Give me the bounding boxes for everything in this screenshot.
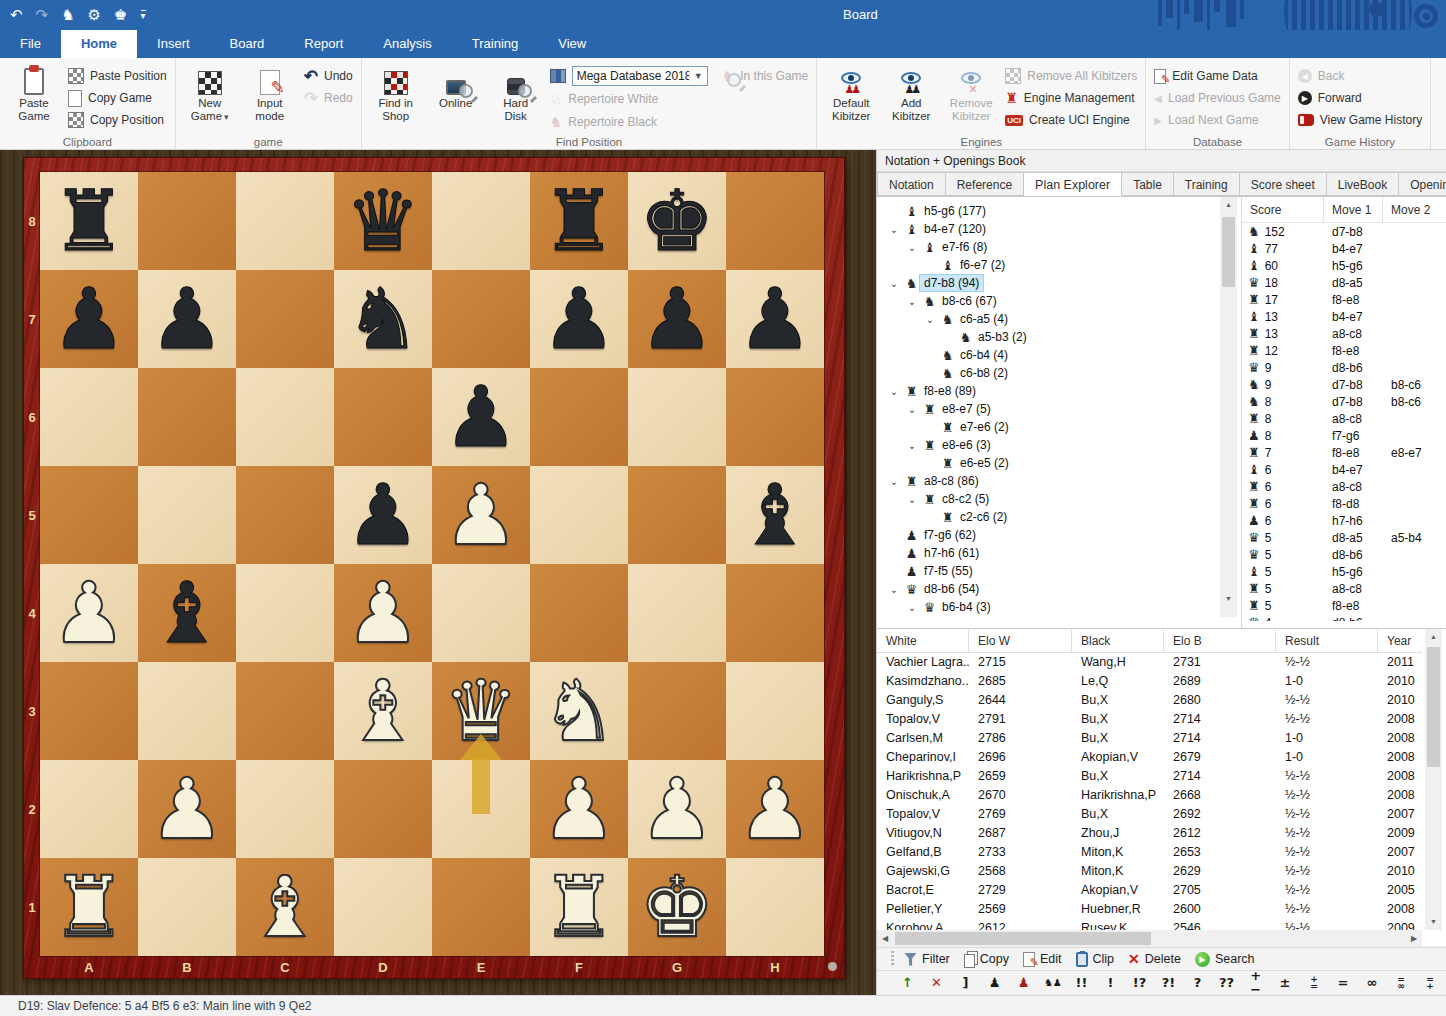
edit-icon [1023, 952, 1035, 967]
white-king[interactable]: ♚ [639, 859, 714, 955]
chevron-down-icon[interactable]: ⌄ [885, 278, 903, 289]
scrollbar-thumb[interactable] [895, 932, 1151, 945]
piece-icon[interactable]: ♚ [114, 0, 127, 30]
white-pawn[interactable]: ♟ [541, 761, 616, 857]
score-row[interactable]: ♟6h7-h6 [1242, 512, 1446, 529]
square-a6[interactable] [40, 368, 138, 466]
annotation-symbol-button[interactable]: ↑ [899, 976, 916, 990]
redo-icon[interactable]: ↷ [36, 0, 49, 30]
game-row[interactable]: Topalov,V2791Bu,X2714½-½2008 [877, 710, 1422, 729]
square-d7[interactable]: ♞ [334, 270, 432, 368]
redo-button[interactable]: ↷ Redo [304, 87, 353, 109]
panel-tab-openings-book[interactable]: Openings Book [1399, 172, 1446, 196]
chevron-down-icon[interactable]: ⌄ [885, 584, 903, 595]
eco-opening-text: D19: Slav Defence: 5 a4 Bf5 6 e3: Main l… [18, 999, 312, 1013]
score-row[interactable]: ♜7f8-e8e8-e7 [1242, 444, 1446, 461]
plan-tree-item[interactable]: ♝f6-e7 (2) [877, 256, 1220, 274]
score-row[interactable]: ♛5d8-a5a5-b4 [1242, 529, 1446, 546]
bishop-icon: ♝ [903, 222, 920, 237]
toolbar-grip[interactable] [891, 951, 894, 967]
square-h4[interactable] [726, 564, 824, 662]
square-c1[interactable]: ♝ [236, 858, 334, 956]
input-mode-button[interactable]: Input mode [244, 61, 296, 133]
tab-home[interactable]: Home [61, 30, 137, 58]
plan-tree-item[interactable]: ♜c2-c6 (2) [877, 508, 1220, 526]
score-row[interactable]: ♝5h5-g6 [1242, 563, 1446, 580]
panel-tab-training[interactable]: Training [1174, 172, 1240, 196]
square-a2[interactable] [40, 760, 138, 858]
group-engines: ♟♟ Default Kibitzer ♟♟ Add Kibitzer ✕ Re… [817, 58, 1146, 149]
annotation-symbol-button[interactable]: ∞ [1363, 976, 1380, 990]
square-c3[interactable] [236, 662, 334, 760]
games-horizontal-scrollbar[interactable]: ◀ ▶ [877, 930, 1422, 947]
undo-button[interactable]: ↶ Undo [304, 65, 353, 87]
panel-tab-table[interactable]: Table [1122, 172, 1174, 196]
create-uci-engine-button[interactable]: UCI Create UCI Engine [1005, 109, 1137, 131]
score-row[interactable]: ♝6b4-e7 [1242, 461, 1446, 478]
file-label-C: C [236, 960, 334, 975]
copy-button[interactable]: Copy [964, 951, 1009, 968]
plan-tree-item[interactable]: ♞c6-b4 (4) [877, 346, 1220, 364]
score-row[interactable]: ♜13a8-c8 [1242, 325, 1446, 342]
default-kibitzer-button[interactable]: ♟♟ Default Kibitzer [825, 61, 877, 133]
game-row[interactable]: Cheparinov,I2696Akopian,V26791-02008 [877, 748, 1422, 767]
tools-wrench-icon[interactable]: ⚙ [88, 0, 101, 30]
plan-tree-item[interactable]: ⌄♞d7-b8 (94) [877, 274, 1220, 292]
copy-position-icon [68, 112, 84, 128]
rook-icon: ♜ [921, 438, 938, 453]
paste-game-button[interactable]: Paste Game [8, 61, 60, 133]
score-row[interactable]: ♛9d8-b6 [1242, 359, 1446, 376]
pawn-icon: ♟ [903, 564, 920, 579]
annotation-symbol-button[interactable]: ± [1276, 976, 1293, 990]
square-g6[interactable] [628, 368, 726, 466]
square-e6[interactable]: ♟ [432, 368, 530, 466]
white-knight[interactable]: ♞ [541, 663, 616, 759]
black-pawn[interactable]: ♟ [443, 369, 518, 465]
score-col-header[interactable]: Score [1242, 197, 1324, 223]
square-g3[interactable] [628, 662, 726, 760]
chevron-down-icon[interactable]: ⌄ [921, 314, 939, 325]
chevron-down-icon[interactable]: ⌄ [903, 494, 921, 505]
square-h6[interactable] [726, 368, 824, 466]
decor-dot [1369, 2, 1384, 17]
games-col-header-year[interactable]: Year [1378, 629, 1422, 653]
black-knight[interactable]: ♞ [345, 271, 420, 367]
score-row[interactable]: ♛4d8-b6 [1242, 614, 1446, 621]
square-f7[interactable]: ♟ [530, 270, 628, 368]
scroll-up-icon[interactable]: ▲ [1425, 629, 1442, 645]
square-h1[interactable] [726, 858, 824, 956]
square-b4[interactable]: ♝ [138, 564, 236, 662]
score-row[interactable]: ♝60h5-g6 [1242, 257, 1446, 274]
edit-game-data-button[interactable]: Edit Game Data [1154, 65, 1280, 87]
square-b3[interactable] [138, 662, 236, 760]
plan-tree-item[interactable]: ♜e7-e6 (2) [877, 418, 1220, 436]
rank-label-1: 1 [24, 900, 40, 915]
load-next-game-button[interactable]: ▶ Load Next Game [1154, 109, 1280, 131]
score-row[interactable]: ♛5d8-b6 [1242, 546, 1446, 563]
chevron-down-icon[interactable]: ⌄ [903, 296, 921, 307]
square-a5[interactable] [40, 466, 138, 564]
hard-disk-search-button[interactable]: Hard Disk [490, 61, 542, 133]
load-previous-game-button[interactable]: ◀ Load Previous Game [1154, 87, 1280, 109]
delete-button[interactable]: ✕ Delete [1128, 951, 1181, 967]
black-pawn[interactable]: ♟ [639, 271, 714, 367]
black-rook[interactable]: ♜ [541, 173, 616, 269]
square-f5[interactable] [530, 466, 628, 564]
square-e8[interactable] [432, 172, 530, 270]
panel-title: Notation + Openings Book [877, 150, 1446, 172]
annotation-symbol-button[interactable]: =+ [1421, 976, 1438, 990]
customize-toolbar-caret-icon[interactable]: ▾ [141, 10, 146, 20]
in-this-game-icon: ♞ [722, 68, 735, 84]
annotation-symbol-button[interactable]: ♞♟ [1044, 976, 1061, 990]
knight-icon: ♞ [921, 294, 938, 309]
games-col-header-elo-w[interactable]: Elo W [969, 629, 1072, 653]
repertoire-white-button[interactable]: ♘ Repertoire White [550, 88, 809, 110]
square-a1[interactable]: ♜ [40, 858, 138, 956]
square-a3[interactable] [40, 662, 138, 760]
square-h7[interactable]: ♟ [726, 270, 824, 368]
game-row[interactable]: Gelfand,B2733Miton,K2653½-½2007 [877, 843, 1422, 862]
chevron-down-icon[interactable]: ⌄ [903, 404, 921, 415]
view-game-history-button[interactable]: View Game History [1298, 109, 1422, 131]
score-row[interactable]: ♜8a8-c8 [1242, 410, 1446, 427]
game-row[interactable]: Pelletier,Y2569Huebner,R2600½-½2008 [877, 900, 1422, 919]
plan-tree-item[interactable]: ♞a5-b3 (2) [877, 328, 1220, 346]
score-row[interactable]: ♜17f8-e8 [1242, 291, 1446, 308]
score-row[interactable]: ♞8d7-b8b8-c6 [1242, 393, 1446, 410]
plan-tree-item[interactable]: ♝h5-g6 (177) [877, 202, 1220, 220]
game-row[interactable]: Carlsen,M2786Bu,X27141-02008 [877, 729, 1422, 748]
square-d8[interactable]: ♛ [334, 172, 432, 270]
square-f2[interactable]: ♟ [530, 760, 628, 858]
square-h3[interactable] [726, 662, 824, 760]
status-bar: D19: Slav Defence: 5 a4 Bf5 6 e3: Main l… [0, 995, 1446, 1016]
score-row[interactable]: ♞152d7-b8 [1242, 223, 1446, 240]
add-kibitzer-button[interactable]: ♟♟ Add Kibitzer [885, 61, 937, 133]
square-b2[interactable]: ♟ [138, 760, 236, 858]
game-row[interactable]: Vitiugov,N2687Zhou,J2612½-½2009 [877, 824, 1422, 843]
titlebar-artwork [1106, 0, 1446, 30]
piece-icon: ♞ [1248, 224, 1260, 239]
plan-tree-item[interactable]: ⌄♜c8-c2 (5) [877, 490, 1220, 508]
square-h8[interactable] [726, 172, 824, 270]
chevron-down-icon[interactable]: ⌄ [903, 440, 921, 451]
annotation-symbol-button[interactable]: = [1334, 976, 1351, 990]
scrollbar-thumb[interactable] [1427, 647, 1440, 767]
square-h5[interactable]: ♝ [726, 466, 824, 564]
back-button[interactable]: ◀ Back [1298, 65, 1422, 87]
plan-tree-item[interactable]: ♟f7-g6 (62) [877, 526, 1220, 544]
black-pawn[interactable]: ♟ [737, 271, 812, 367]
game-row[interactable]: Vachier Lagra..2715Wang,H2731½-½2011 [877, 653, 1422, 672]
square-a4[interactable]: ♟ [40, 564, 138, 662]
game-row[interactable]: Harikrishna,P2659Bu,X2714½-½2008 [877, 767, 1422, 786]
square-f1[interactable]: ♜ [530, 858, 628, 956]
white-pawn[interactable]: ♟ [737, 761, 812, 857]
tree-scrollbar[interactable]: ▲ ▼ [1220, 197, 1237, 617]
eye-icon [841, 72, 861, 84]
white-bishop[interactable]: ♝ [345, 663, 420, 759]
chess-board: ♜♛♜♚♟♟♞♟♟♟♟♟♟♝♟♝♟♝♛♞♟♟♟♟♜♝♜♚ [40, 172, 824, 956]
forward-button[interactable]: ▶ Forward [1298, 87, 1422, 109]
black-bishop[interactable]: ♝ [149, 565, 224, 661]
games-col-header-elo-b[interactable]: Elo B [1164, 629, 1276, 653]
score-row[interactable]: ♞9d7-b8b8-c6 [1242, 376, 1446, 393]
tab-report[interactable]: Report [284, 30, 363, 58]
panel-tab-score-sheet[interactable]: Score sheet [1240, 172, 1327, 196]
queen-icon: ♛ [921, 600, 938, 615]
tab-board[interactable]: Board [210, 30, 285, 58]
annotation-symbol-button[interactable]: ?! [1160, 976, 1177, 990]
square-h2[interactable]: ♟ [726, 760, 824, 858]
score-row[interactable]: ♜5a8-c8 [1242, 580, 1446, 597]
square-e4[interactable] [432, 564, 530, 662]
plan-tree-item[interactable]: ⌄♛d8-b6 (54) [877, 580, 1220, 598]
game-row[interactable]: Korobov,A2612Rusev,K2546½-½2009 [877, 919, 1422, 930]
tab-training[interactable]: Training [452, 30, 538, 58]
panel-tab-livebook[interactable]: LiveBook [1327, 172, 1399, 196]
plan-tree-item[interactable]: ⌄♞b8-c6 (67) [877, 292, 1220, 310]
game-row[interactable]: Gajewski,G2568Miton,K2629½-½2010 [877, 862, 1422, 881]
square-d3[interactable]: ♝ [334, 662, 432, 760]
square-d6[interactable] [334, 368, 432, 466]
piece-icon: ♜ [1248, 326, 1260, 341]
tab-file[interactable]: File [0, 30, 61, 58]
square-f4[interactable] [530, 564, 628, 662]
square-g2[interactable]: ♟ [628, 760, 726, 858]
square-a8[interactable]: ♜ [40, 172, 138, 270]
games-col-header-result[interactable]: Result [1276, 629, 1378, 653]
tab-insert[interactable]: Insert [137, 30, 210, 58]
rank-label-4: 4 [24, 606, 40, 621]
square-d5[interactable]: ♟ [334, 466, 432, 564]
square-f3[interactable]: ♞ [530, 662, 628, 760]
scroll-up-icon[interactable]: ▲ [1220, 197, 1237, 213]
black-queen[interactable]: ♛ [345, 173, 420, 269]
chevron-down-icon[interactable]: ⌄ [885, 476, 903, 487]
square-b7[interactable]: ♟ [138, 270, 236, 368]
score-row[interactable]: ♛18d8-a5 [1242, 274, 1446, 291]
plan-tree-item[interactable]: ⌄♜e8-e7 (5) [877, 400, 1220, 418]
filter-icon [904, 953, 917, 966]
annotation-symbol-button[interactable]: ♟ [1015, 976, 1032, 990]
scroll-down-icon[interactable]: ▼ [1220, 591, 1237, 607]
game-row[interactable]: Onischuk,A2670Harikrishna,P2668½-½2008 [877, 786, 1422, 805]
black-pawn[interactable]: ♟ [51, 271, 126, 367]
score-row[interactable]: ♝77b4-e7 [1242, 240, 1446, 257]
clip-button[interactable]: Clip [1076, 952, 1115, 967]
score-row[interactable]: ♜5f8-e8 [1242, 597, 1446, 614]
chevron-down-icon[interactable]: ⌄ [903, 242, 921, 253]
annotation-symbol-button[interactable]: !? [1131, 976, 1148, 990]
remove-kibitzer-button[interactable]: ✕ Remove Kibitzer [945, 61, 997, 133]
chevron-down-icon[interactable]: ⌄ [903, 602, 921, 613]
knight-setup-icon[interactable]: ♞ [61, 0, 74, 30]
square-e7[interactable] [432, 270, 530, 368]
annotation-symbol-button[interactable]: ? [1189, 976, 1206, 990]
game-row[interactable]: Ganguly,S2644Bu,X2680½-½2010 [877, 691, 1422, 710]
search-button[interactable]: ▶ Search [1195, 952, 1255, 967]
scroll-left-icon[interactable]: ◀ [877, 930, 893, 947]
square-c4[interactable] [236, 564, 334, 662]
white-bishop[interactable]: ♝ [247, 859, 322, 955]
black-rook[interactable]: ♜ [51, 173, 126, 269]
square-c8[interactable] [236, 172, 334, 270]
piece-icon: ♜ [1248, 292, 1260, 307]
copy-game-button[interactable]: Copy Game [68, 87, 167, 109]
square-e1[interactable] [432, 858, 530, 956]
game-row[interactable]: Topalov,V2769Bu,X2692½-½2007 [877, 805, 1422, 824]
plan-label: f7-g6 (62) [920, 527, 980, 543]
annotation-symbol-button[interactable]: =∞ [1392, 976, 1409, 990]
filter-button[interactable]: Filter [904, 952, 950, 966]
white-pawn[interactable]: ♟ [149, 761, 224, 857]
square-a7[interactable]: ♟ [40, 270, 138, 368]
plan-tree-item[interactable]: ⌄♝b4-e7 (120) [877, 220, 1220, 238]
pawn-icon: ♟ [903, 546, 920, 561]
black-pawn[interactable]: ♟ [541, 271, 616, 367]
games-col-header-black[interactable]: Black [1072, 629, 1164, 653]
plan-label: e7-e6 (2) [956, 419, 1013, 435]
repertoire-black-button[interactable]: ♞ Repertoire Black [550, 111, 809, 133]
score-row[interactable]: ♟8f7-g6 [1242, 427, 1446, 444]
black-bishop[interactable]: ♝ [737, 467, 812, 563]
square-c5[interactable] [236, 466, 334, 564]
square-d2[interactable] [334, 760, 432, 858]
annotation-symbol-button[interactable]: += [1305, 976, 1322, 990]
score-row[interactable]: ♜6a8-c8 [1242, 478, 1446, 495]
score-row[interactable]: ♜6f8-d8 [1242, 495, 1446, 512]
rank-label-5: 5 [24, 508, 40, 523]
square-b8[interactable] [138, 172, 236, 270]
square-b5[interactable] [138, 466, 236, 564]
scroll-right-icon[interactable]: ▶ [1406, 930, 1422, 947]
plan-tree-item[interactable]: ⌄♛b6-b4 (3) [877, 598, 1220, 616]
edit-button[interactable]: Edit [1023, 952, 1062, 967]
game-row[interactable]: Bacrot,E2729Akopian,V2705½-½2005 [877, 881, 1422, 900]
white-pawn[interactable]: ♟ [443, 467, 518, 563]
find-in-shop-button[interactable]: Find in Shop [370, 61, 422, 133]
white-pawn[interactable]: ♟ [51, 565, 126, 661]
square-c6[interactable] [236, 368, 334, 466]
square-b6[interactable] [138, 368, 236, 466]
black-pawn[interactable]: ♟ [149, 271, 224, 367]
score-row[interactable]: ♝13b4-e7 [1242, 308, 1446, 325]
square-g1[interactable]: ♚ [628, 858, 726, 956]
scrollbar-thumb[interactable] [1222, 217, 1235, 287]
square-e5[interactable]: ♟ [432, 466, 530, 564]
games-vertical-scrollbar[interactable]: ▲ ▼ [1425, 629, 1442, 930]
plan-tree-item[interactable]: ⌄♜f8-e8 (89) [877, 382, 1220, 400]
chevron-down-icon[interactable]: ⌄ [885, 224, 903, 235]
new-game-button[interactable]: New Game [184, 61, 236, 133]
game-row[interactable]: Kasimdzhano..2685Le,Q26891-02010 [877, 672, 1422, 691]
panel-tab-plan-explorer[interactable]: Plan Explorer [1024, 172, 1122, 196]
piece-icon: ♝ [1248, 241, 1260, 256]
edit-page-icon [1154, 69, 1166, 84]
chevron-down-icon[interactable]: ⌄ [885, 386, 903, 397]
annotation-symbol-button[interactable]: ! [1102, 976, 1119, 990]
board-resize-dot[interactable] [828, 962, 837, 971]
piece-icon: ♜ [1248, 496, 1260, 511]
black-king[interactable]: ♚ [639, 173, 714, 269]
square-g4[interactable] [628, 564, 726, 662]
panel-tab-reference[interactable]: Reference [946, 172, 1024, 196]
remove-all-kibitzers-button[interactable]: Remove All Kibitzers [1005, 65, 1137, 87]
copy-position-button[interactable]: Copy Position [68, 109, 167, 131]
combobox-caret-icon[interactable]: ▼ [689, 71, 703, 81]
annotation-symbol-button[interactable]: ♟ [986, 976, 1003, 990]
tab-view[interactable]: View [538, 30, 606, 58]
annotation-symbol-button[interactable]: +− [1247, 970, 1264, 994]
plan-tree-item[interactable]: ⌄♜a8-c8 (86) [877, 472, 1220, 490]
engine-management-button[interactable]: ♜ Engine Management [1005, 87, 1137, 109]
in-this-game-button[interactable]: ♞ In this Game [722, 65, 809, 87]
delete-x-icon: ✕ [1128, 951, 1140, 967]
plan-label: c6-b8 (2) [956, 365, 1012, 381]
square-g8[interactable]: ♚ [628, 172, 726, 270]
annotation-symbol-button[interactable]: ✕ [928, 976, 945, 990]
tab-analysis[interactable]: Analysis [363, 30, 451, 58]
annotation-symbols-bar: ↑✕]♟♟♞♟!!!!??!???+−±+==∞=∞=+−+−+ [877, 970, 1446, 994]
plan-tree-item[interactable]: ♟f7-f5 (55) [877, 562, 1220, 580]
white-pawn[interactable]: ♟ [345, 565, 420, 661]
plan-tree-item[interactable]: ♞c6-b8 (2) [877, 364, 1220, 382]
online-search-button[interactable]: Online [430, 61, 482, 133]
group-find-position: Find in Shop Online Hard Disk Mega Datab… [362, 58, 818, 149]
square-g7[interactable]: ♟ [628, 270, 726, 368]
move1-col-header[interactable]: Move 1 [1324, 197, 1383, 223]
plan-tree-item[interactable]: ⌄♝e7-f6 (8) [877, 238, 1220, 256]
square-f8[interactable]: ♜ [530, 172, 628, 270]
black-pawn[interactable]: ♟ [345, 467, 420, 563]
square-c7[interactable] [236, 270, 334, 368]
plan-tree-item[interactable]: ♜e6-e5 (2) [877, 454, 1220, 472]
scroll-down-icon[interactable]: ▼ [1425, 914, 1442, 930]
piece-icon: ♛ [1248, 615, 1260, 621]
annotation-symbol-button[interactable]: !! [1073, 976, 1090, 990]
square-b1[interactable] [138, 858, 236, 956]
annotation-symbol-button[interactable]: ] [957, 976, 974, 990]
paste-position-button[interactable]: Paste Position [68, 65, 167, 87]
plan-tree-item[interactable]: ♟h7-h6 (61) [877, 544, 1220, 562]
plan-tree-item[interactable]: ⌄♞c6-a5 (4) [877, 310, 1220, 328]
piece-icon: ♝ [1248, 462, 1260, 477]
undo-icon[interactable]: ↶ [10, 0, 23, 30]
file-label-H: H [726, 960, 824, 975]
plan-tree-item[interactable]: ⌄♜e8-e6 (3) [877, 436, 1220, 454]
square-d4[interactable]: ♟ [334, 564, 432, 662]
square-d1[interactable] [334, 858, 432, 956]
move2-col-header[interactable]: Move 2 [1383, 197, 1446, 223]
reference-database-combobox[interactable]: Mega Database 2018 ▼ [572, 66, 708, 86]
white-rook[interactable]: ♜ [541, 859, 616, 955]
square-f6[interactable] [530, 368, 628, 466]
white-pawn[interactable]: ♟ [639, 761, 714, 857]
queen-icon: ♛ [903, 582, 920, 597]
games-col-header-white[interactable]: White [877, 629, 969, 653]
white-rook[interactable]: ♜ [51, 859, 126, 955]
score-row[interactable]: ♜12f8-e8 [1242, 342, 1446, 359]
piece-icon: ♝ [1248, 309, 1260, 324]
square-g5[interactable] [628, 466, 726, 564]
annotation-symbol-button[interactable]: ?? [1218, 976, 1235, 990]
square-c2[interactable] [236, 760, 334, 858]
panel-tab-notation[interactable]: Notation [877, 172, 946, 196]
